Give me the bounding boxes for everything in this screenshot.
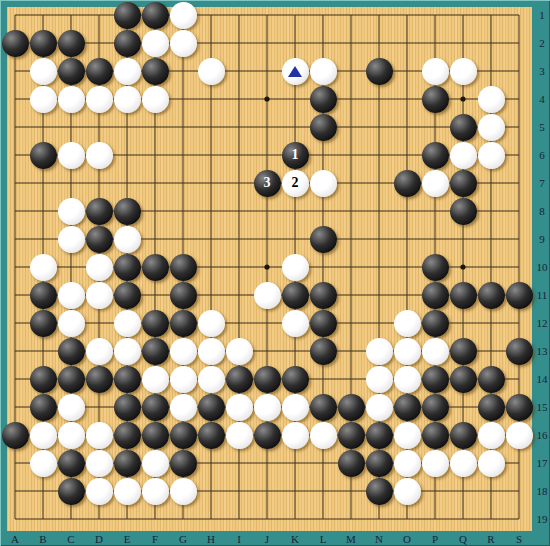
board-cell-Q11[interactable] [449,281,477,309]
white-stone[interactable] [226,394,253,421]
white-stone[interactable] [366,338,393,365]
board-cell-A6[interactable] [1,141,29,169]
black-stone[interactable] [58,478,85,505]
black-stone[interactable] [114,198,141,225]
board-cell-E19[interactable] [113,505,141,533]
board-cell-R12[interactable] [477,309,505,337]
board-cell-B8[interactable] [29,197,57,225]
board-cell-O19[interactable] [393,505,421,533]
black-stone[interactable] [366,58,393,85]
board-cell-Q6[interactable] [449,141,477,169]
board-cell-G13[interactable] [169,337,197,365]
board-cell-N15[interactable] [365,393,393,421]
board-cell-I2[interactable] [225,29,253,57]
board-cell-H15[interactable] [197,393,225,421]
board-cell-D1[interactable] [85,1,113,29]
board-cell-A13[interactable] [1,337,29,365]
board-cell-M17[interactable] [337,449,365,477]
white-stone[interactable] [198,338,225,365]
board-cell-J14[interactable] [253,365,281,393]
board-cell-L16[interactable] [309,421,337,449]
board-cell-H14[interactable] [197,365,225,393]
white-stone[interactable] [422,58,449,85]
board-cell-S11[interactable] [505,281,533,309]
board-cell-B15[interactable] [29,393,57,421]
board-cell-B1[interactable] [29,1,57,29]
board-cell-S2[interactable] [505,29,533,57]
board-cell-I7[interactable] [225,169,253,197]
white-stone[interactable] [450,450,477,477]
board-cell-B4[interactable] [29,85,57,113]
board-cell-M19[interactable] [337,505,365,533]
white-stone[interactable] [226,422,253,449]
board-cell-N6[interactable] [365,141,393,169]
board-cell-I12[interactable] [225,309,253,337]
board-cell-F18[interactable] [141,477,169,505]
board-cell-R15[interactable] [477,393,505,421]
board-cell-O5[interactable] [393,113,421,141]
board-cell-C13[interactable] [57,337,85,365]
board-cell-E1[interactable] [113,1,141,29]
board-cell-D5[interactable] [85,113,113,141]
black-stone[interactable] [114,254,141,281]
white-stone[interactable] [254,394,281,421]
board-cell-B12[interactable] [29,309,57,337]
board-cell-A18[interactable] [1,477,29,505]
black-stone[interactable] [310,114,337,141]
black-stone[interactable] [86,226,113,253]
black-stone[interactable] [142,58,169,85]
board-cell-I19[interactable] [225,505,253,533]
board-cell-R5[interactable] [477,113,505,141]
board-cell-G2[interactable] [169,29,197,57]
black-stone[interactable] [478,282,505,309]
board-cell-M5[interactable] [337,113,365,141]
board-cell-O4[interactable] [393,85,421,113]
board-cell-N19[interactable] [365,505,393,533]
board-cell-C11[interactable] [57,281,85,309]
board-cell-S10[interactable] [505,253,533,281]
white-stone[interactable] [198,310,225,337]
board-cell-Q19[interactable] [449,505,477,533]
board-cell-I8[interactable] [225,197,253,225]
board-cell-G17[interactable] [169,449,197,477]
board-cell-J19[interactable] [253,505,281,533]
board-cell-O14[interactable] [393,365,421,393]
board-cell-H16[interactable] [197,421,225,449]
black-stone[interactable] [114,450,141,477]
board-cell-K3[interactable] [281,57,309,85]
board-cell-M14[interactable] [337,365,365,393]
black-stone[interactable] [310,310,337,337]
board-cell-M13[interactable] [337,337,365,365]
white-stone[interactable] [86,450,113,477]
board-cell-H18[interactable] [197,477,225,505]
white-stone[interactable] [58,142,85,169]
white-stone[interactable] [282,58,309,85]
board-cell-B17[interactable] [29,449,57,477]
white-stone[interactable] [30,58,57,85]
board-cell-E14[interactable] [113,365,141,393]
black-stone[interactable]: 3 [254,170,281,197]
board-cell-B18[interactable] [29,477,57,505]
board-cell-F8[interactable] [141,197,169,225]
board-cell-F9[interactable] [141,225,169,253]
black-stone[interactable] [506,394,533,421]
board-cell-O10[interactable] [393,253,421,281]
white-stone[interactable] [58,226,85,253]
board-cell-F16[interactable] [141,421,169,449]
black-stone[interactable] [310,338,337,365]
board-cell-B13[interactable] [29,337,57,365]
board-cell-E5[interactable] [113,113,141,141]
board-cell-G12[interactable] [169,309,197,337]
white-stone[interactable] [114,310,141,337]
board-cell-F11[interactable] [141,281,169,309]
white-stone[interactable] [114,58,141,85]
board-cell-K1[interactable] [281,1,309,29]
board-cell-B16[interactable] [29,421,57,449]
board-cell-B6[interactable] [29,141,57,169]
board-cell-L10[interactable] [309,253,337,281]
black-stone[interactable] [394,170,421,197]
board-cell-R17[interactable] [477,449,505,477]
board-cell-S1[interactable] [505,1,533,29]
board-cell-D11[interactable] [85,281,113,309]
board-cell-A12[interactable] [1,309,29,337]
board-cell-O11[interactable] [393,281,421,309]
black-stone[interactable] [30,310,57,337]
board-cell-P2[interactable] [421,29,449,57]
board-cell-O9[interactable] [393,225,421,253]
board-cell-N11[interactable] [365,281,393,309]
board-cell-D15[interactable] [85,393,113,421]
board-cell-S18[interactable] [505,477,533,505]
board-cell-F3[interactable] [141,57,169,85]
board-cell-F10[interactable] [141,253,169,281]
board-cell-I14[interactable] [225,365,253,393]
board-cell-R7[interactable] [477,169,505,197]
board-cell-O7[interactable] [393,169,421,197]
black-stone[interactable] [506,282,533,309]
board-cell-E9[interactable] [113,225,141,253]
board-cell-H4[interactable] [197,85,225,113]
white-stone[interactable] [394,366,421,393]
board-cell-M8[interactable] [337,197,365,225]
board-cell-K18[interactable] [281,477,309,505]
board-cell-B19[interactable] [29,505,57,533]
board-cell-I18[interactable] [225,477,253,505]
board-cell-L6[interactable] [309,141,337,169]
board-cell-J16[interactable] [253,421,281,449]
board-cell-H6[interactable] [197,141,225,169]
board-cell-L13[interactable] [309,337,337,365]
board-cell-M7[interactable] [337,169,365,197]
black-stone[interactable] [30,282,57,309]
board-cell-C7[interactable] [57,169,85,197]
black-stone[interactable] [310,86,337,113]
board-cell-I10[interactable] [225,253,253,281]
board-cell-P4[interactable] [421,85,449,113]
board-cell-K4[interactable] [281,85,309,113]
board-cell-K19[interactable] [281,505,309,533]
board-cell-R18[interactable] [477,477,505,505]
white-stone[interactable] [282,310,309,337]
board-cell-C12[interactable] [57,309,85,337]
black-stone[interactable] [198,422,225,449]
board-cell-C3[interactable] [57,57,85,85]
board-cell-K17[interactable] [281,449,309,477]
board-cell-I6[interactable] [225,141,253,169]
board-cell-G5[interactable] [169,113,197,141]
black-stone[interactable] [170,254,197,281]
white-stone[interactable] [506,422,533,449]
board-cell-M1[interactable] [337,1,365,29]
board-cell-F5[interactable] [141,113,169,141]
board-cell-Q2[interactable] [449,29,477,57]
board-cell-C16[interactable] [57,421,85,449]
board-cell-D10[interactable] [85,253,113,281]
white-stone[interactable] [226,338,253,365]
black-stone[interactable] [422,310,449,337]
board-cell-Q7[interactable] [449,169,477,197]
board-cell-L18[interactable] [309,477,337,505]
black-stone[interactable] [114,394,141,421]
board-cell-K12[interactable] [281,309,309,337]
board-cell-O8[interactable] [393,197,421,225]
board-cell-D3[interactable] [85,57,113,85]
board-cell-N3[interactable] [365,57,393,85]
board-cell-D4[interactable] [85,85,113,113]
black-stone[interactable] [366,450,393,477]
black-stone[interactable] [282,282,309,309]
black-stone[interactable] [450,282,477,309]
board-cell-C19[interactable] [57,505,85,533]
board-cell-J11[interactable] [253,281,281,309]
board-cell-F6[interactable] [141,141,169,169]
board-cell-G10[interactable] [169,253,197,281]
board-cell-N1[interactable] [365,1,393,29]
board-cell-N2[interactable] [365,29,393,57]
board-cell-R4[interactable] [477,85,505,113]
black-stone[interactable] [142,394,169,421]
board-cell-H11[interactable] [197,281,225,309]
board-cell-L15[interactable] [309,393,337,421]
board-cell-P6[interactable] [421,141,449,169]
board-cell-E3[interactable] [113,57,141,85]
board-cell-A3[interactable] [1,57,29,85]
white-stone[interactable] [142,30,169,57]
board-cell-Q10[interactable] [449,253,477,281]
black-stone[interactable] [170,310,197,337]
board-cell-I17[interactable] [225,449,253,477]
board-cell-H8[interactable] [197,197,225,225]
board-cell-R10[interactable] [477,253,505,281]
board-cell-Q5[interactable] [449,113,477,141]
board-cell-E8[interactable] [113,197,141,225]
board-cell-J18[interactable] [253,477,281,505]
black-stone[interactable] [170,422,197,449]
board-cell-N18[interactable] [365,477,393,505]
board-cell-Q3[interactable] [449,57,477,85]
board-cell-D6[interactable] [85,141,113,169]
board-cell-E13[interactable] [113,337,141,365]
board-cell-J8[interactable] [253,197,281,225]
board-cell-O1[interactable] [393,1,421,29]
white-stone[interactable] [86,86,113,113]
board-grid[interactable]: 132 [1,1,533,533]
black-stone[interactable] [86,58,113,85]
white-stone[interactable] [58,86,85,113]
black-stone[interactable] [450,114,477,141]
board-cell-S5[interactable] [505,113,533,141]
black-stone[interactable] [86,198,113,225]
white-stone[interactable] [86,478,113,505]
black-stone[interactable] [142,2,169,29]
board-cell-D14[interactable] [85,365,113,393]
board-cell-H13[interactable] [197,337,225,365]
board-cell-Q14[interactable] [449,365,477,393]
board-cell-S16[interactable] [505,421,533,449]
black-stone[interactable] [450,422,477,449]
board-cell-N16[interactable] [365,421,393,449]
board-cell-Q15[interactable] [449,393,477,421]
white-stone[interactable] [142,86,169,113]
board-cell-E11[interactable] [113,281,141,309]
white-stone[interactable] [478,114,505,141]
board-cell-R14[interactable] [477,365,505,393]
board-cell-H10[interactable] [197,253,225,281]
board-cell-R13[interactable] [477,337,505,365]
white-stone[interactable] [30,450,57,477]
black-stone[interactable] [142,254,169,281]
board-cell-I11[interactable] [225,281,253,309]
black-stone[interactable] [366,422,393,449]
board-cell-I9[interactable] [225,225,253,253]
board-cell-N4[interactable] [365,85,393,113]
board-cell-N7[interactable] [365,169,393,197]
black-stone[interactable] [58,450,85,477]
board-cell-I16[interactable] [225,421,253,449]
white-stone[interactable] [422,450,449,477]
white-stone[interactable] [142,366,169,393]
board-cell-C9[interactable] [57,225,85,253]
white-stone[interactable] [86,422,113,449]
white-stone[interactable] [170,394,197,421]
white-stone[interactable] [170,478,197,505]
black-stone[interactable] [310,226,337,253]
board-cell-I3[interactable] [225,57,253,85]
white-stone[interactable] [394,450,421,477]
board-cell-A14[interactable] [1,365,29,393]
board-cell-G1[interactable] [169,1,197,29]
board-cell-P12[interactable] [421,309,449,337]
board-cell-H17[interactable] [197,449,225,477]
board-cell-O2[interactable] [393,29,421,57]
black-stone[interactable] [478,394,505,421]
black-stone[interactable] [58,366,85,393]
white-stone[interactable] [282,394,309,421]
white-stone[interactable] [86,254,113,281]
board-cell-M11[interactable] [337,281,365,309]
black-stone[interactable] [422,366,449,393]
white-stone[interactable] [478,142,505,169]
board-cell-I13[interactable] [225,337,253,365]
board-cell-E2[interactable] [113,29,141,57]
white-stone[interactable] [58,310,85,337]
board-cell-A19[interactable] [1,505,29,533]
board-cell-H19[interactable] [197,505,225,533]
board-cell-O3[interactable] [393,57,421,85]
white-stone[interactable] [282,422,309,449]
board-cell-B7[interactable] [29,169,57,197]
board-cell-O12[interactable] [393,309,421,337]
board-cell-A7[interactable] [1,169,29,197]
black-stone[interactable] [254,422,281,449]
board-cell-Q18[interactable] [449,477,477,505]
white-stone[interactable] [366,366,393,393]
white-stone[interactable] [170,2,197,29]
board-cell-Q12[interactable] [449,309,477,337]
board-cell-N17[interactable] [365,449,393,477]
white-stone[interactable] [58,198,85,225]
board-cell-S8[interactable] [505,197,533,225]
board-cell-F4[interactable] [141,85,169,113]
board-cell-K15[interactable] [281,393,309,421]
black-stone[interactable] [142,310,169,337]
board-cell-C1[interactable] [57,1,85,29]
board-cell-A17[interactable] [1,449,29,477]
black-stone[interactable] [338,422,365,449]
board-cell-M4[interactable] [337,85,365,113]
board-cell-F7[interactable] [141,169,169,197]
board-cell-J1[interactable] [253,1,281,29]
board-cell-P8[interactable] [421,197,449,225]
white-stone[interactable] [30,422,57,449]
board-cell-G9[interactable] [169,225,197,253]
board-cell-Q1[interactable] [449,1,477,29]
board-cell-L3[interactable] [309,57,337,85]
white-stone[interactable] [450,58,477,85]
board-cell-G18[interactable] [169,477,197,505]
board-cell-E6[interactable] [113,141,141,169]
board-cell-D8[interactable] [85,197,113,225]
black-stone[interactable] [170,450,197,477]
black-stone[interactable] [86,366,113,393]
black-stone[interactable] [114,366,141,393]
black-stone[interactable] [394,394,421,421]
board-cell-B14[interactable] [29,365,57,393]
board-cell-E10[interactable] [113,253,141,281]
black-stone[interactable] [58,30,85,57]
board-cell-K7[interactable]: 2 [281,169,309,197]
board-cell-L14[interactable] [309,365,337,393]
board-cell-G7[interactable] [169,169,197,197]
board-cell-J4[interactable] [253,85,281,113]
white-stone[interactable] [114,86,141,113]
board-cell-J5[interactable] [253,113,281,141]
white-stone[interactable]: 2 [282,170,309,197]
white-stone[interactable] [394,478,421,505]
board-cell-N9[interactable] [365,225,393,253]
board-cell-K5[interactable] [281,113,309,141]
board-cell-A8[interactable] [1,197,29,225]
board-cell-P1[interactable] [421,1,449,29]
white-stone[interactable] [254,282,281,309]
board-cell-S9[interactable] [505,225,533,253]
white-stone[interactable] [170,338,197,365]
board-cell-J12[interactable] [253,309,281,337]
